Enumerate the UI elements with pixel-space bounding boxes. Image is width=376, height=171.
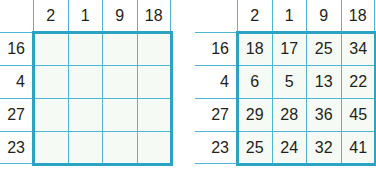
col-header: 1 [272, 0, 307, 32]
cell: 28 [272, 98, 307, 131]
cell [33, 32, 68, 65]
cell [102, 131, 137, 164]
row-header: 23 [0, 131, 33, 164]
row-header: 4 [0, 65, 33, 98]
col-header: 9 [102, 0, 137, 32]
cell: 36 [306, 98, 341, 131]
cell: 45 [341, 98, 376, 131]
corner-cell [0, 0, 33, 32]
worksheet-figure: 2 1 9 18 16 4 27 23 2 1 9 18 16 18 17 [0, 0, 376, 171]
cell: 18 [237, 32, 272, 65]
cell: 17 [272, 32, 307, 65]
cell [68, 65, 103, 98]
row-header: 27 [195, 98, 237, 131]
cell [102, 32, 137, 65]
addition-table-solved: 2 1 9 18 16 18 17 25 34 4 6 5 13 22 27 2… [195, 0, 375, 164]
cell [68, 131, 103, 164]
corner-cell [195, 0, 237, 32]
cell [33, 65, 68, 98]
cell: 5 [272, 65, 307, 98]
cell [137, 131, 172, 164]
row-header: 23 [195, 131, 237, 164]
row-header: 16 [195, 32, 237, 65]
col-header: 1 [68, 0, 103, 32]
cell: 41 [341, 131, 376, 164]
cell: 13 [306, 65, 341, 98]
row-header: 4 [195, 65, 237, 98]
cell: 24 [272, 131, 307, 164]
cell: 29 [237, 98, 272, 131]
cell [68, 32, 103, 65]
row-header: 27 [0, 98, 33, 131]
cell: 25 [306, 32, 341, 65]
cell [137, 65, 172, 98]
cell: 32 [306, 131, 341, 164]
cell: 22 [341, 65, 376, 98]
cell [33, 98, 68, 131]
cell [102, 98, 137, 131]
row-header: 16 [0, 32, 33, 65]
cell [68, 98, 103, 131]
cell [137, 98, 172, 131]
col-header: 18 [341, 0, 376, 32]
col-header: 2 [237, 0, 272, 32]
cell [102, 65, 137, 98]
addition-table-blank: 2 1 9 18 16 4 27 23 [0, 0, 171, 164]
cell [137, 32, 172, 65]
cell: 34 [341, 32, 376, 65]
cell: 6 [237, 65, 272, 98]
col-header: 9 [306, 0, 341, 32]
col-header: 2 [33, 0, 68, 32]
cell [33, 131, 68, 164]
cell: 25 [237, 131, 272, 164]
col-header: 18 [137, 0, 172, 32]
